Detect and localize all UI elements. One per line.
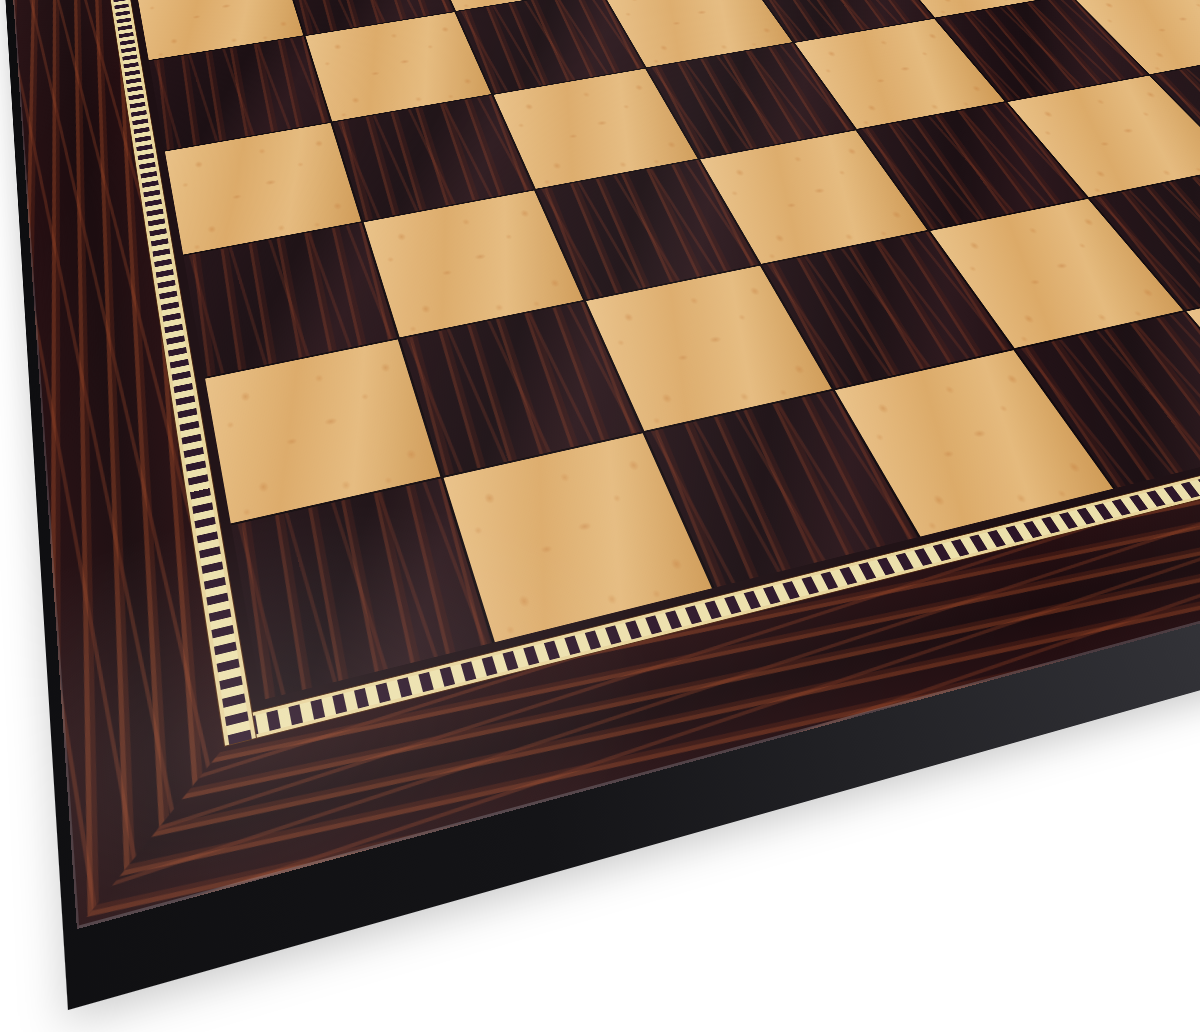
perspective-scene <box>0 0 1200 1032</box>
photo-background <box>0 0 1200 1032</box>
